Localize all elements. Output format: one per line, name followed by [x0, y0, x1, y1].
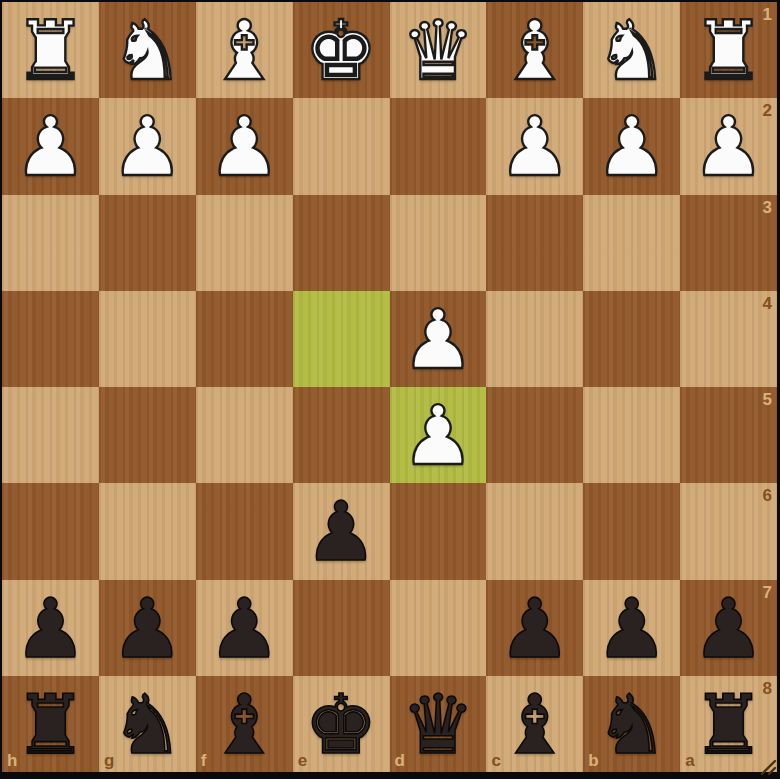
black-bishop[interactable]: ♝: [207, 684, 281, 766]
chess-board: ♜♞♝♚♛♝♞♜1♟♟♟♟♟♟23♟4♟5♟6♟♟♟♟♟♟7♜h♞g♝f♚e♛d…: [2, 2, 777, 772]
square-a7[interactable]: ♟7: [680, 580, 777, 676]
square-d3[interactable]: [390, 195, 487, 291]
square-g6[interactable]: [99, 483, 196, 579]
white-king[interactable]: ♚: [304, 10, 378, 92]
square-e1[interactable]: ♚: [293, 2, 390, 98]
square-b8[interactable]: ♞b: [583, 676, 680, 772]
rank-label-6: 6: [763, 487, 772, 504]
square-g2[interactable]: ♟: [99, 98, 196, 194]
square-f1[interactable]: ♝: [196, 2, 293, 98]
square-f4[interactable]: [196, 291, 293, 387]
square-h1[interactable]: ♜: [2, 2, 99, 98]
black-pawn[interactable]: ♟: [207, 588, 281, 670]
white-bishop[interactable]: ♝: [498, 10, 572, 92]
square-g3[interactable]: [99, 195, 196, 291]
square-e4[interactable]: [293, 291, 390, 387]
black-knight[interactable]: ♞: [595, 684, 669, 766]
white-queen[interactable]: ♛: [401, 10, 475, 92]
black-queen[interactable]: ♛: [401, 684, 475, 766]
white-rook[interactable]: ♜: [14, 10, 88, 92]
square-f6[interactable]: [196, 483, 293, 579]
square-g4[interactable]: [99, 291, 196, 387]
white-rook[interactable]: ♜: [692, 10, 766, 92]
white-knight[interactable]: ♞: [111, 10, 185, 92]
white-pawn[interactable]: ♟: [14, 106, 88, 188]
black-bishop[interactable]: ♝: [498, 684, 572, 766]
black-pawn[interactable]: ♟: [692, 588, 766, 670]
rank-label-4: 4: [763, 295, 772, 312]
square-d4[interactable]: ♟: [390, 291, 487, 387]
square-c4[interactable]: [486, 291, 583, 387]
white-pawn[interactable]: ♟: [111, 106, 185, 188]
square-b5[interactable]: [583, 387, 680, 483]
square-b6[interactable]: [583, 483, 680, 579]
black-pawn[interactable]: ♟: [111, 588, 185, 670]
square-e6[interactable]: ♟: [293, 483, 390, 579]
square-d8[interactable]: ♛d: [390, 676, 487, 772]
square-f5[interactable]: [196, 387, 293, 483]
square-e2[interactable]: [293, 98, 390, 194]
square-a4[interactable]: 4: [680, 291, 777, 387]
white-pawn[interactable]: ♟: [207, 106, 281, 188]
square-d7[interactable]: [390, 580, 487, 676]
square-c7[interactable]: ♟: [486, 580, 583, 676]
square-a2[interactable]: ♟2: [680, 98, 777, 194]
square-b1[interactable]: ♞: [583, 2, 680, 98]
square-h8[interactable]: ♜h: [2, 676, 99, 772]
white-pawn[interactable]: ♟: [595, 106, 669, 188]
square-h5[interactable]: [2, 387, 99, 483]
black-king[interactable]: ♚: [304, 684, 378, 766]
square-b2[interactable]: ♟: [583, 98, 680, 194]
square-a5[interactable]: 5: [680, 387, 777, 483]
square-a1[interactable]: ♜1: [680, 2, 777, 98]
black-rook[interactable]: ♜: [14, 684, 88, 766]
white-pawn[interactable]: ♟: [401, 395, 475, 477]
black-pawn[interactable]: ♟: [14, 588, 88, 670]
square-h7[interactable]: ♟: [2, 580, 99, 676]
square-b4[interactable]: [583, 291, 680, 387]
square-c8[interactable]: ♝c: [486, 676, 583, 772]
square-d6[interactable]: [390, 483, 487, 579]
rank-label-3: 3: [763, 199, 772, 216]
square-h2[interactable]: ♟: [2, 98, 99, 194]
square-c1[interactable]: ♝: [486, 2, 583, 98]
white-knight[interactable]: ♞: [595, 10, 669, 92]
square-g5[interactable]: [99, 387, 196, 483]
black-pawn[interactable]: ♟: [595, 588, 669, 670]
square-d1[interactable]: ♛: [390, 2, 487, 98]
square-g8[interactable]: ♞g: [99, 676, 196, 772]
square-h4[interactable]: [2, 291, 99, 387]
square-a3[interactable]: 3: [680, 195, 777, 291]
square-e3[interactable]: [293, 195, 390, 291]
rank-label-5: 5: [763, 391, 772, 408]
board-resize-handle-icon[interactable]: [759, 758, 777, 776]
black-rook[interactable]: ♜: [692, 684, 766, 766]
square-e7[interactable]: [293, 580, 390, 676]
square-f7[interactable]: ♟: [196, 580, 293, 676]
file-label-f: f: [201, 752, 207, 769]
square-e5[interactable]: [293, 387, 390, 483]
square-e8[interactable]: ♚e: [293, 676, 390, 772]
square-g1[interactable]: ♞: [99, 2, 196, 98]
square-b7[interactable]: ♟: [583, 580, 680, 676]
square-c5[interactable]: [486, 387, 583, 483]
square-h6[interactable]: [2, 483, 99, 579]
square-g7[interactable]: ♟: [99, 580, 196, 676]
square-c6[interactable]: [486, 483, 583, 579]
square-h3[interactable]: [2, 195, 99, 291]
square-f2[interactable]: ♟: [196, 98, 293, 194]
black-pawn[interactable]: ♟: [498, 588, 572, 670]
square-b3[interactable]: [583, 195, 680, 291]
square-a6[interactable]: 6: [680, 483, 777, 579]
square-d2[interactable]: [390, 98, 487, 194]
square-f8[interactable]: ♝f: [196, 676, 293, 772]
white-pawn[interactable]: ♟: [498, 106, 572, 188]
white-pawn[interactable]: ♟: [401, 299, 475, 381]
black-pawn[interactable]: ♟: [304, 491, 378, 573]
square-f3[interactable]: [196, 195, 293, 291]
white-pawn[interactable]: ♟: [692, 106, 766, 188]
square-c2[interactable]: ♟: [486, 98, 583, 194]
square-d5[interactable]: ♟: [390, 387, 487, 483]
square-c3[interactable]: [486, 195, 583, 291]
white-bishop[interactable]: ♝: [207, 10, 281, 92]
chess-app-window: ♜♞♝♚♛♝♞♜1♟♟♟♟♟♟23♟4♟5♟6♟♟♟♟♟♟7♜h♞g♝f♚e♛d…: [0, 0, 780, 779]
black-knight[interactable]: ♞: [111, 684, 185, 766]
